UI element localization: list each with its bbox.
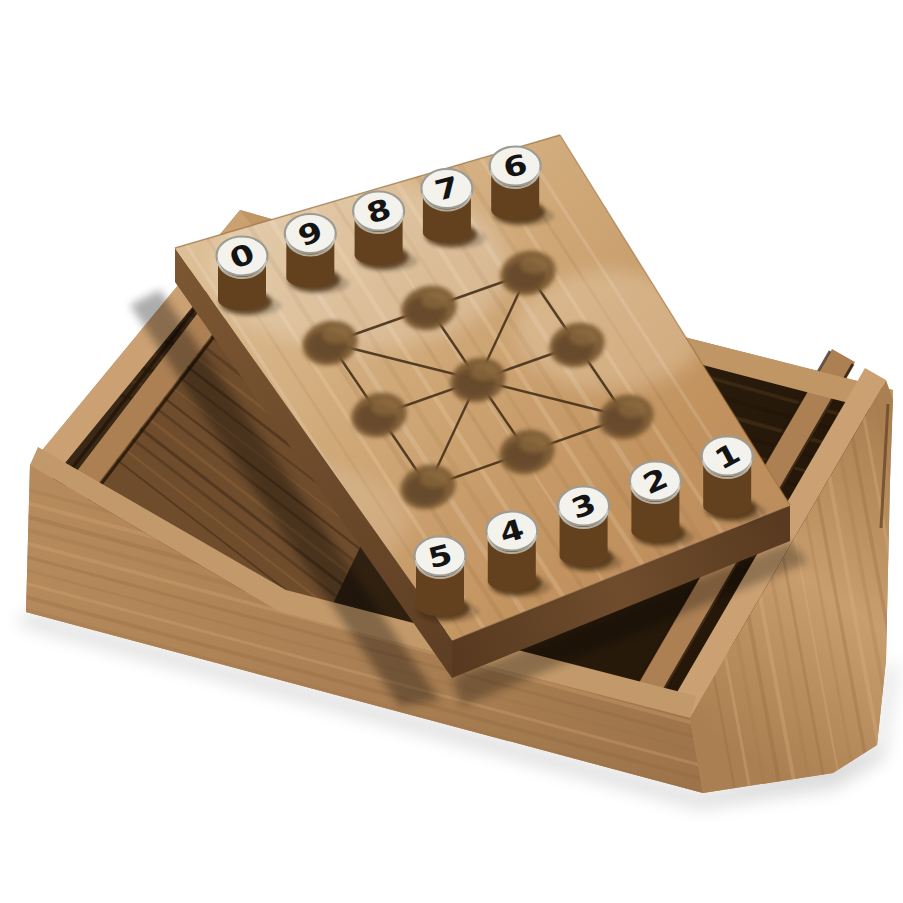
puzzle-scene: 0987654321 (0, 0, 903, 903)
product-photo-wooden-peg-puzzle: 0987654321 (0, 0, 903, 903)
